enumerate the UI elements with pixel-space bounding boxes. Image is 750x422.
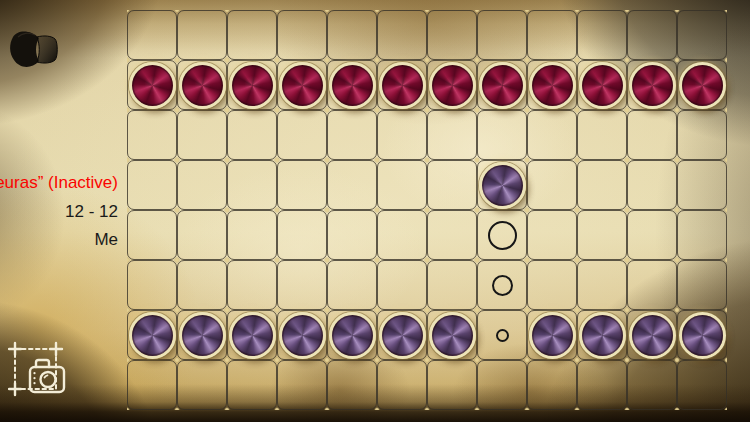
- board-cell-c3-r7[interactable]: [227, 310, 277, 360]
- board-cell-c8-r8[interactable]: [477, 360, 527, 410]
- red-piece[interactable]: [229, 62, 276, 109]
- board-cell-c8-r1[interactable]: [477, 10, 527, 60]
- purple-piece[interactable]: [679, 312, 726, 359]
- red-piece[interactable]: [129, 62, 176, 109]
- board-cell-c11-r8[interactable]: [627, 360, 677, 410]
- board-cell-c2-r1[interactable]: [177, 10, 227, 60]
- board-cell-c5-r7[interactable]: [327, 310, 377, 360]
- red-piece[interactable]: [179, 62, 226, 109]
- board-cell-c1-r1[interactable]: [127, 10, 177, 60]
- board-cell-c8-r7[interactable]: [477, 310, 527, 360]
- red-piece[interactable]: [279, 62, 326, 109]
- purple-piece[interactable]: [629, 312, 676, 359]
- board-cell-c1-r7[interactable]: [127, 310, 177, 360]
- board-cell-c10-r5[interactable]: [577, 210, 627, 260]
- purple-piece[interactable]: [429, 312, 476, 359]
- red-piece[interactable]: [429, 62, 476, 109]
- board-cell-c11-r5[interactable]: [627, 210, 677, 260]
- board-cell-c11-r7[interactable]: [627, 310, 677, 360]
- board-cell-c1-r3[interactable]: [127, 110, 177, 160]
- board-cell-c4-r6[interactable]: [277, 260, 327, 310]
- board-cell-c3-r5[interactable]: [227, 210, 277, 260]
- board-cell-c11-r3[interactable]: [627, 110, 677, 160]
- board-cell-c7-r7[interactable]: [427, 310, 477, 360]
- board-cell-c11-r1[interactable]: [627, 10, 677, 60]
- board-cell-c9-r5[interactable]: [527, 210, 577, 260]
- board-cell-c9-r6[interactable]: [527, 260, 577, 310]
- board-cell-c8-r4[interactable]: [477, 160, 527, 210]
- board-cell-c11-r2[interactable]: [627, 60, 677, 110]
- board-cell-c1-r2[interactable]: [127, 60, 177, 110]
- purple-piece[interactable]: [129, 312, 176, 359]
- board-cell-c10-r8[interactable]: [577, 360, 627, 410]
- board-cell-c12-r5[interactable]: [677, 210, 727, 260]
- board-cell-c10-r4[interactable]: [577, 160, 627, 210]
- board-cell-c3-r6[interactable]: [227, 260, 277, 310]
- purple-piece[interactable]: [229, 312, 276, 359]
- board-cell-c4-r4[interactable]: [277, 160, 327, 210]
- board-cell-c2-r5[interactable]: [177, 210, 227, 260]
- board-cell-c5-r8[interactable]: [327, 360, 377, 410]
- board-cell-c12-r1[interactable]: [677, 10, 727, 60]
- red-piece[interactable]: [329, 62, 376, 109]
- board-cell-c10-r1[interactable]: [577, 10, 627, 60]
- board-cell-c7-r8[interactable]: [427, 360, 477, 410]
- board-cell-c6-r3[interactable]: [377, 110, 427, 160]
- board-cell-c2-r7[interactable]: [177, 310, 227, 360]
- board-cell-c7-r5[interactable]: [427, 210, 477, 260]
- board-cell-c12-r6[interactable]: [677, 260, 727, 310]
- board-cell-c12-r7[interactable]: [677, 310, 727, 360]
- board-cell-c12-r2[interactable]: [677, 60, 727, 110]
- board-cell-c3-r3[interactable]: [227, 110, 277, 160]
- move-trail-ring: [492, 275, 513, 296]
- board-cell-c5-r1[interactable]: [327, 10, 377, 60]
- red-piece[interactable]: [629, 62, 676, 109]
- board-cell-c4-r1[interactable]: [277, 10, 327, 60]
- purple-piece[interactable]: [279, 312, 326, 359]
- red-piece[interactable]: [379, 62, 426, 109]
- board-cell-c4-r2[interactable]: [277, 60, 327, 110]
- board-cell-c2-r6[interactable]: [177, 260, 227, 310]
- game-screen: leuras” (Inactive) 12 - 12 Me: [0, 0, 750, 422]
- board-cell-c9-r2[interactable]: [527, 60, 577, 110]
- board-cell-c3-r4[interactable]: [227, 160, 277, 210]
- board-cell-c12-r3[interactable]: [677, 110, 727, 160]
- board-cell-c7-r4[interactable]: [427, 160, 477, 210]
- board-cell-c5-r2[interactable]: [327, 60, 377, 110]
- board-cell-c6-r1[interactable]: [377, 10, 427, 60]
- purple-piece[interactable]: [479, 162, 526, 209]
- board-cell-c3-r2[interactable]: [227, 60, 277, 110]
- board-cell-c2-r3[interactable]: [177, 110, 227, 160]
- board-cell-c9-r3[interactable]: [527, 110, 577, 160]
- board-cell-c4-r8[interactable]: [277, 360, 327, 410]
- board-cell-c7-r2[interactable]: [427, 60, 477, 110]
- board-cell-c12-r4[interactable]: [677, 160, 727, 210]
- board-cell-c1-r8[interactable]: [127, 360, 177, 410]
- board-cell-c6-r2[interactable]: [377, 60, 427, 110]
- board-cell-c1-r4[interactable]: [127, 160, 177, 210]
- red-piece[interactable]: [579, 62, 626, 109]
- board-cell-c9-r4[interactable]: [527, 160, 577, 210]
- board-cell-c10-r6[interactable]: [577, 260, 627, 310]
- board-cell-c5-r4[interactable]: [327, 160, 377, 210]
- score-label: 12 - 12: [65, 202, 118, 222]
- board-cell-c6-r7[interactable]: [377, 310, 427, 360]
- board-cell-c10-r2[interactable]: [577, 60, 627, 110]
- board-cell-c10-r7[interactable]: [577, 310, 627, 360]
- board-cell-c8-r2[interactable]: [477, 60, 527, 110]
- board-cell-c9-r1[interactable]: [527, 10, 577, 60]
- board-cell-c5-r3[interactable]: [327, 110, 377, 160]
- player-label: Me: [94, 230, 118, 250]
- board-cell-c3-r8[interactable]: [227, 360, 277, 410]
- purple-piece[interactable]: [579, 312, 626, 359]
- board-cell-c11-r6[interactable]: [627, 260, 677, 310]
- opponent-label: leuras” (Inactive): [0, 173, 118, 193]
- board-cell-c7-r6[interactable]: [427, 260, 477, 310]
- board-cell-c7-r1[interactable]: [427, 10, 477, 60]
- board-cell-c6-r8[interactable]: [377, 360, 427, 410]
- board-cell-c11-r4[interactable]: [627, 160, 677, 210]
- board-cell-c5-r6[interactable]: [327, 260, 377, 310]
- board: [127, 10, 727, 410]
- board-cell-c8-r3[interactable]: [477, 110, 527, 160]
- board-cell-c8-r6[interactable]: [477, 260, 527, 310]
- board-cell-c9-r8[interactable]: [527, 360, 577, 410]
- board-cell-c2-r4[interactable]: [177, 160, 227, 210]
- move-trail-ring: [488, 221, 517, 250]
- black-game-piece-icon: [9, 25, 61, 73]
- board-cell-c10-r3[interactable]: [577, 110, 627, 160]
- board-cell-c1-r6[interactable]: [127, 260, 177, 310]
- red-piece[interactable]: [479, 62, 526, 109]
- board-cell-c2-r8[interactable]: [177, 360, 227, 410]
- red-piece[interactable]: [529, 62, 576, 109]
- move-trail-ring: [496, 329, 509, 342]
- purple-piece[interactable]: [529, 312, 576, 359]
- board-cell-c6-r5[interactable]: [377, 210, 427, 260]
- board-cell-c6-r4[interactable]: [377, 160, 427, 210]
- purple-piece[interactable]: [379, 312, 426, 359]
- board-cell-c5-r5[interactable]: [327, 210, 377, 260]
- board-cell-c4-r3[interactable]: [277, 110, 327, 160]
- board-cell-c12-r8[interactable]: [677, 360, 727, 410]
- purple-piece[interactable]: [179, 312, 226, 359]
- board-cell-c4-r5[interactable]: [277, 210, 327, 260]
- purple-piece[interactable]: [329, 312, 376, 359]
- board-cell-c2-r2[interactable]: [177, 60, 227, 110]
- board-cell-c9-r7[interactable]: [527, 310, 577, 360]
- board-cell-c7-r3[interactable]: [427, 110, 477, 160]
- board-cell-c3-r1[interactable]: [227, 10, 277, 60]
- screenshot-button[interactable]: [8, 339, 68, 401]
- board-cell-c1-r5[interactable]: [127, 210, 177, 260]
- camera-icon: [8, 339, 68, 401]
- board-cell-c6-r6[interactable]: [377, 260, 427, 310]
- board-cell-c8-r5[interactable]: [477, 210, 527, 260]
- board-cell-c4-r7[interactable]: [277, 310, 327, 360]
- red-piece[interactable]: [679, 62, 726, 109]
